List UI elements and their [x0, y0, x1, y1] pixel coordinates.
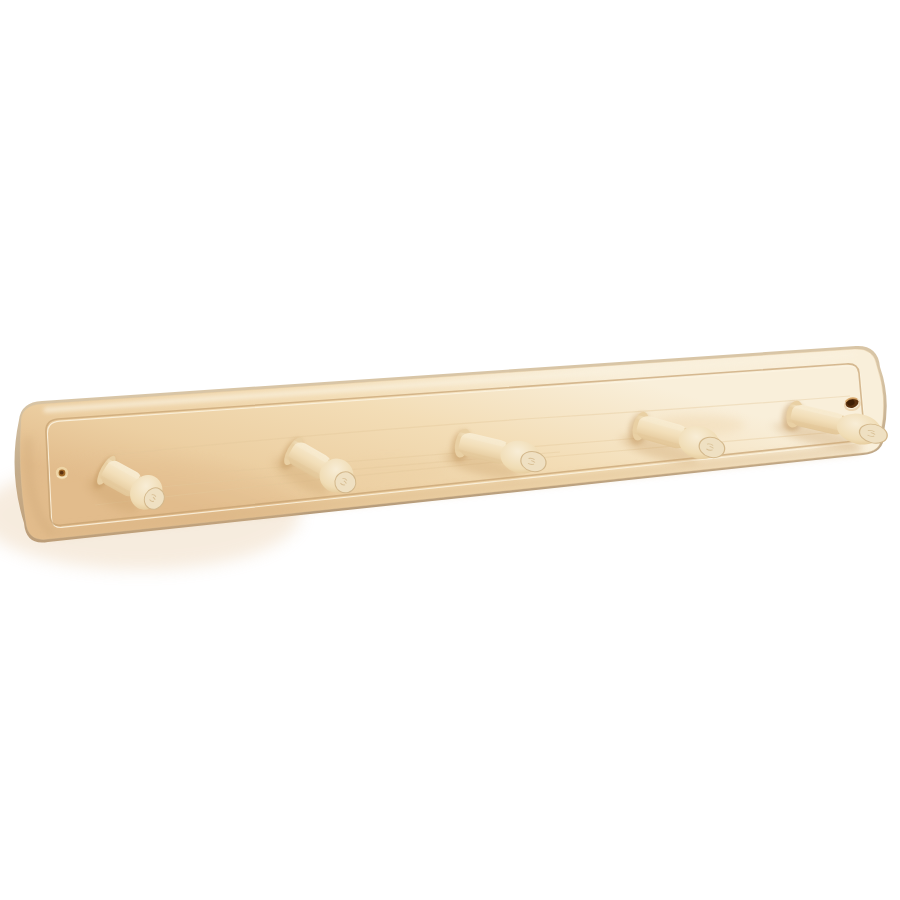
screw-hole-center — [60, 471, 64, 475]
peg-rack-illustration — [0, 0, 900, 900]
product-photo — [0, 0, 900, 900]
screw-hole-left — [56, 467, 68, 479]
